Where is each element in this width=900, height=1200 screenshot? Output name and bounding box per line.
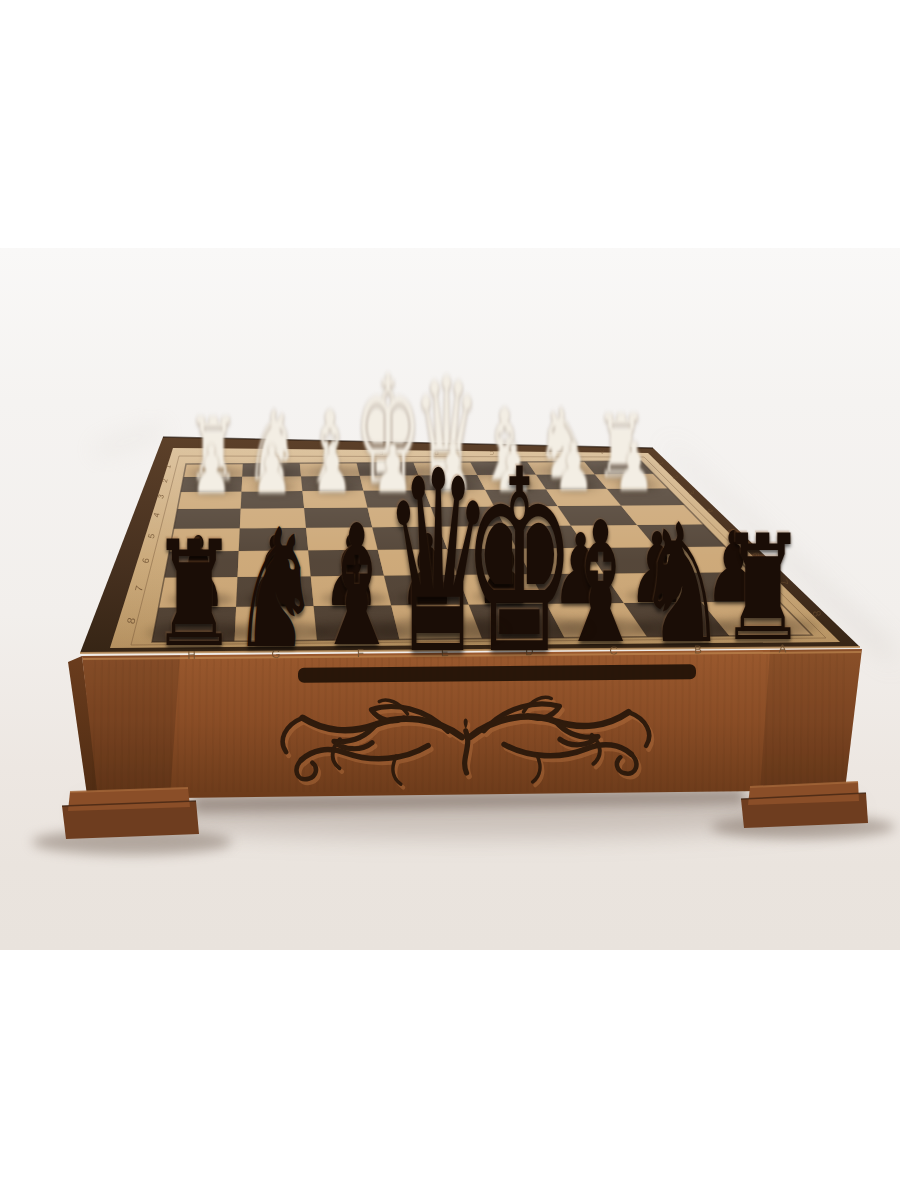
chess-set-photo: HGFEDCBAHGFEDCBA8765432187654321 ♜♞♝♛♚♝♞… <box>0 0 900 1200</box>
square-b1 <box>527 461 595 474</box>
square-h4 <box>174 509 241 529</box>
square-g8 <box>235 606 318 641</box>
square-f4 <box>304 508 372 528</box>
square-g7 <box>236 576 314 607</box>
square-h5 <box>169 528 240 551</box>
square-e5 <box>372 527 447 550</box>
file-label-front-E: E <box>441 646 449 658</box>
file-label-back-E: E <box>379 450 383 456</box>
square-f8 <box>314 605 400 640</box>
file-label-back-G: G <box>268 451 273 457</box>
file-label-back-F: F <box>324 451 328 457</box>
file-label-front-D: D <box>525 645 534 657</box>
square-h3 <box>177 491 241 509</box>
file-label-front-F: F <box>357 647 364 659</box>
square-h2 <box>181 477 243 492</box>
square-c1 <box>470 462 536 475</box>
file-label-back-C: C <box>489 450 494 456</box>
square-g3 <box>241 491 304 509</box>
square-h6 <box>164 551 238 578</box>
square-d1 <box>414 462 478 475</box>
square-f3 <box>302 491 367 509</box>
square-f2 <box>301 476 363 491</box>
square-e4 <box>367 507 438 527</box>
square-c3 <box>485 489 557 506</box>
square-g2 <box>242 476 303 491</box>
square-f5 <box>306 527 378 550</box>
square-d6 <box>447 548 530 574</box>
square-b2 <box>536 474 607 489</box>
square-e1 <box>357 463 419 476</box>
square-g1 <box>242 463 301 476</box>
square-h1 <box>184 464 243 477</box>
file-label-back-H: H <box>214 451 218 457</box>
square-f1 <box>300 463 360 476</box>
square-h7 <box>159 577 238 608</box>
file-label-back-A: A <box>600 449 604 455</box>
square-e6 <box>378 549 458 575</box>
square-g4 <box>240 508 306 528</box>
file-label-front-B: B <box>694 643 702 655</box>
square-d5 <box>438 526 516 549</box>
square-f7 <box>311 575 391 606</box>
square-d3 <box>424 490 494 507</box>
file-label-back-D: D <box>434 450 439 456</box>
square-g5 <box>239 528 308 551</box>
square-e8 <box>391 604 482 639</box>
file-label-front-C: C <box>609 644 618 656</box>
square-h8 <box>152 607 236 642</box>
file-label-back-B: B <box>545 449 549 455</box>
file-label-front-A: A <box>779 642 787 654</box>
square-d2 <box>419 475 486 490</box>
square-g6 <box>238 550 311 577</box>
square-e2 <box>360 475 424 490</box>
square-d4 <box>431 507 505 527</box>
file-label-front-H: H <box>187 649 196 661</box>
square-f6 <box>308 550 384 577</box>
chess-box: HGFEDCBAHGFEDCBA8765432187654321 <box>0 0 900 1200</box>
square-e7 <box>384 575 469 605</box>
square-c2 <box>477 475 546 490</box>
file-label-front-G: G <box>271 648 280 660</box>
square-e3 <box>363 490 431 507</box>
